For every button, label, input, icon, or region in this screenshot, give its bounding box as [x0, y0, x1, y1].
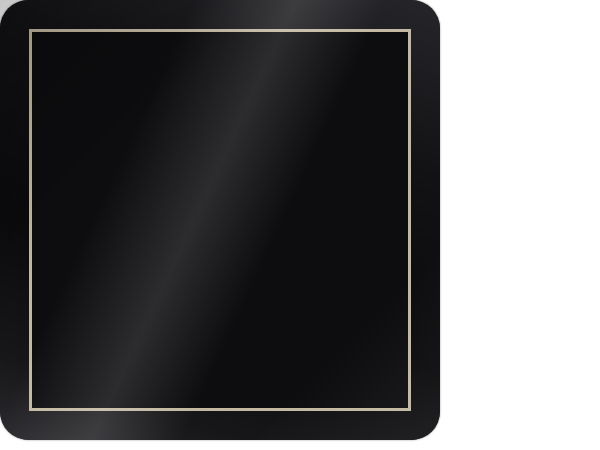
product-photo — [0, 0, 600, 450]
board-grid — [29, 29, 411, 411]
chess-board — [0, 0, 440, 440]
